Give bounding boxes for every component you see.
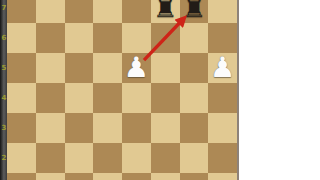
square-d6[interactable] <box>93 23 122 53</box>
rank-label-6: 6 <box>1 34 7 42</box>
rank-label-7: 7 <box>1 4 7 12</box>
square-d5[interactable] <box>93 53 122 83</box>
square-d4[interactable] <box>93 83 122 113</box>
square-a2[interactable] <box>7 143 36 173</box>
square-b7[interactable] <box>36 0 65 23</box>
square-e1[interactable] <box>122 173 151 180</box>
square-f6[interactable] <box>151 23 180 53</box>
square-a6[interactable] <box>7 23 36 53</box>
square-a1[interactable] <box>7 173 36 180</box>
square-b6[interactable] <box>36 23 65 53</box>
black-rook-g7[interactable]: ♜ <box>181 0 206 23</box>
square-b5[interactable] <box>36 53 65 83</box>
square-e7[interactable] <box>122 0 151 23</box>
square-a7[interactable] <box>7 0 36 23</box>
square-b1[interactable] <box>36 173 65 180</box>
square-f1[interactable] <box>151 173 180 180</box>
square-b3[interactable] <box>36 113 65 143</box>
square-h7[interactable] <box>208 0 237 23</box>
square-f4[interactable] <box>151 83 180 113</box>
square-g2[interactable] <box>180 143 209 173</box>
rank-coordinate-strip: 87654321 <box>0 0 7 180</box>
rank-label-5: 5 <box>1 64 7 72</box>
square-h5[interactable]: ♟ <box>208 53 237 83</box>
square-b2[interactable] <box>36 143 65 173</box>
square-g1[interactable] <box>180 173 209 180</box>
chess-board: ♜♜♟♟ <box>7 0 237 180</box>
square-h4[interactable] <box>208 83 237 113</box>
square-c5[interactable] <box>65 53 94 83</box>
square-c1[interactable] <box>65 173 94 180</box>
square-c7[interactable] <box>65 0 94 23</box>
square-b4[interactable] <box>36 83 65 113</box>
square-g6[interactable] <box>180 23 209 53</box>
rank-label-3: 3 <box>1 124 7 132</box>
white-pawn-e5[interactable]: ♟ <box>124 53 149 83</box>
square-g5[interactable] <box>180 53 209 83</box>
board-right-border <box>237 0 239 180</box>
square-f3[interactable] <box>151 113 180 143</box>
square-a4[interactable] <box>7 83 36 113</box>
square-c4[interactable] <box>65 83 94 113</box>
square-d3[interactable] <box>93 113 122 143</box>
square-h3[interactable] <box>208 113 237 143</box>
square-h6[interactable] <box>208 23 237 53</box>
square-f7[interactable]: ♜ <box>151 0 180 23</box>
square-a3[interactable] <box>7 113 36 143</box>
black-rook-f7[interactable]: ♜ <box>153 0 178 23</box>
square-g3[interactable] <box>180 113 209 143</box>
square-e5[interactable]: ♟ <box>122 53 151 83</box>
square-d2[interactable] <box>93 143 122 173</box>
square-e6[interactable] <box>122 23 151 53</box>
square-e4[interactable] <box>122 83 151 113</box>
square-a5[interactable] <box>7 53 36 83</box>
square-e2[interactable] <box>122 143 151 173</box>
square-g7[interactable]: ♜ <box>180 0 209 23</box>
white-pawn-h5[interactable]: ♟ <box>210 53 235 83</box>
square-f5[interactable] <box>151 53 180 83</box>
square-d1[interactable] <box>93 173 122 180</box>
square-d7[interactable] <box>93 0 122 23</box>
rank-label-4: 4 <box>1 94 7 102</box>
square-h1[interactable] <box>208 173 237 180</box>
rank-label-2: 2 <box>1 154 7 162</box>
square-h2[interactable] <box>208 143 237 173</box>
square-c6[interactable] <box>65 23 94 53</box>
square-e3[interactable] <box>122 113 151 143</box>
square-c3[interactable] <box>65 113 94 143</box>
square-c2[interactable] <box>65 143 94 173</box>
square-f2[interactable] <box>151 143 180 173</box>
square-g4[interactable] <box>180 83 209 113</box>
chess-app-screen: ♜♜♟♟ 87654321 <box>0 0 320 180</box>
